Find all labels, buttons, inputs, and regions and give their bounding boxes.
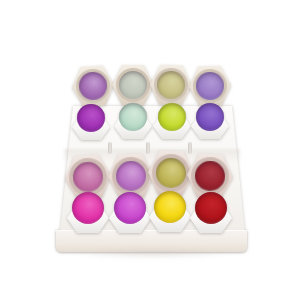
pot-r2c3-chartreuse <box>153 103 191 139</box>
paint-swatch-violet <box>196 103 224 131</box>
paint-swatch-chartreuse <box>158 103 186 131</box>
lid-r1c2-pale-sage <box>112 65 154 105</box>
pot-r4c3-yellow <box>149 191 191 232</box>
paint-swatch-pale-sage <box>119 71 147 99</box>
pot-r2c4-violet <box>191 103 229 139</box>
paint-swatch-violet-magenta <box>77 104 105 132</box>
paint-swatch-dark-red <box>195 192 227 224</box>
pot-r4c4-dark-red <box>190 192 232 233</box>
tray-base <box>56 230 247 252</box>
pot-r2c1-violet-magenta <box>72 104 110 140</box>
paint-tray-photo <box>0 0 300 300</box>
ground-shadow <box>72 250 232 258</box>
pot-r4c1-hot-pink <box>67 192 109 233</box>
paint-swatch-hot-pink <box>72 192 104 224</box>
paint-swatch-mint <box>119 103 147 131</box>
lid-r1c4-lavender <box>188 65 231 106</box>
paint-swatch-magenta-violet <box>114 192 146 224</box>
pot-r4c2-magenta-violet <box>109 192 151 233</box>
pot-r2c2-mint <box>114 103 152 139</box>
paint-swatch-yellow <box>154 191 186 223</box>
lid-r1c1-purple <box>71 65 116 108</box>
lid-r1c3-pale-olive <box>149 64 192 105</box>
